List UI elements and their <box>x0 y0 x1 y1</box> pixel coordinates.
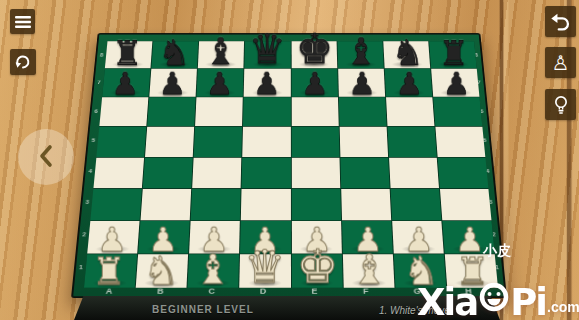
square-a4[interactable] <box>93 157 144 188</box>
collapse-panel-button[interactable] <box>18 129 74 185</box>
rotate-board-button[interactable] <box>10 49 36 75</box>
square-c6[interactable] <box>195 98 243 127</box>
chess-board: 87654321 87654321 ♜♞♝♛♚♝♞♜♟♟♟♟♟♟♟♟♟♟♟♟♟♟… <box>71 33 507 298</box>
square-b4[interactable] <box>143 157 193 188</box>
piece-white-king: ♚ <box>291 245 342 289</box>
piece-black-pawn: ♟ <box>244 69 290 98</box>
move-indicator: 1. White's move <box>379 305 450 316</box>
file-label-e: E <box>289 285 340 296</box>
square-g2[interactable]: ♟ <box>392 221 444 253</box>
lightbulb-icon <box>551 94 571 116</box>
board-grid: ♜♞♝♛♚♝♞♜♟♟♟♟♟♟♟♟♟♟♟♟♟♟♟♟♜♞♝♛♚♝♞♜ <box>84 41 498 288</box>
square-c1[interactable]: ♝ <box>188 254 240 288</box>
square-h4[interactable] <box>438 157 489 188</box>
square-a1[interactable]: ♜ <box>84 254 137 288</box>
rotate-icon <box>14 53 32 71</box>
square-e5[interactable] <box>291 127 339 157</box>
chevron-left-icon <box>35 143 57 172</box>
square-d6[interactable] <box>243 98 290 127</box>
square-d3[interactable] <box>241 189 290 220</box>
file-label-c: C <box>186 285 238 296</box>
square-a8[interactable]: ♜ <box>105 41 153 68</box>
piece-black-pawn: ♟ <box>149 69 195 98</box>
square-c8[interactable]: ♝ <box>198 41 244 68</box>
square-h8[interactable]: ♜ <box>429 41 477 68</box>
piece-white-pawn: ♟ <box>394 223 444 255</box>
square-b1[interactable]: ♞ <box>136 254 188 288</box>
piece-white-bishop: ♝ <box>188 251 239 290</box>
rank-label-6: 6 <box>476 97 488 126</box>
square-h5[interactable] <box>435 127 485 157</box>
opponent-mode-button[interactable]: ♙ <box>545 47 576 78</box>
square-e7[interactable]: ♟ <box>291 69 337 97</box>
rank-label-4: 4 <box>481 155 493 186</box>
piece-white-rook: ♜ <box>84 254 135 290</box>
square-e3[interactable] <box>291 189 340 220</box>
square-f5[interactable] <box>339 127 388 157</box>
undo-icon <box>550 11 571 32</box>
square-b2[interactable]: ♟ <box>138 221 190 253</box>
square-e8[interactable]: ♚ <box>291 41 337 68</box>
rank-label-3: 3 <box>484 186 497 218</box>
square-h6[interactable] <box>433 98 482 127</box>
square-b8[interactable]: ♞ <box>151 41 198 68</box>
rank-label-7: 7 <box>473 69 485 97</box>
square-c7[interactable]: ♟ <box>197 69 244 97</box>
hamburger-icon <box>15 15 31 29</box>
file-labels: ABCDEFGH <box>83 285 495 296</box>
square-d4[interactable] <box>242 157 291 188</box>
square-d5[interactable] <box>243 127 291 157</box>
file-label-a: A <box>83 285 135 296</box>
piece-black-rook: ♜ <box>105 37 151 69</box>
square-h2[interactable]: ♟ <box>442 221 494 253</box>
square-c4[interactable] <box>192 157 241 188</box>
square-g3[interactable] <box>390 189 441 220</box>
file-label-f: F <box>340 285 392 296</box>
square-g1[interactable]: ♞ <box>394 254 447 288</box>
square-d8[interactable]: ♛ <box>245 41 291 68</box>
square-g7[interactable]: ♟ <box>384 69 432 97</box>
square-b6[interactable] <box>147 98 195 127</box>
piece-white-pawn: ♟ <box>189 223 239 255</box>
square-f6[interactable] <box>339 98 387 127</box>
piece-black-queen: ♛ <box>245 31 291 70</box>
rank-label-8: 8 <box>471 41 483 68</box>
hint-button[interactable] <box>545 89 576 120</box>
square-e4[interactable] <box>291 157 340 188</box>
piece-white-knight: ♞ <box>136 252 187 290</box>
square-a3[interactable] <box>90 189 142 220</box>
square-g4[interactable] <box>389 157 439 188</box>
square-d2[interactable]: ♟ <box>240 221 290 253</box>
square-f4[interactable] <box>340 157 389 188</box>
piece-white-pawn: ♟ <box>87 223 137 255</box>
square-b5[interactable] <box>145 127 194 157</box>
square-c5[interactable] <box>194 127 242 157</box>
square-f2[interactable]: ♟ <box>342 221 393 253</box>
piece-black-pawn: ♟ <box>102 69 148 98</box>
square-b3[interactable] <box>141 189 192 220</box>
menu-button[interactable] <box>10 9 35 34</box>
piece-black-bishop: ♝ <box>338 35 384 70</box>
level-label: BEGINNER LEVEL <box>152 304 254 315</box>
square-h1[interactable]: ♜ <box>445 254 498 288</box>
square-f7[interactable]: ♟ <box>338 69 385 97</box>
square-g8[interactable]: ♞ <box>383 41 430 68</box>
square-h7[interactable]: ♟ <box>431 69 479 97</box>
pawn-icon: ♙ <box>552 53 570 73</box>
piece-black-pawn: ♟ <box>339 69 385 98</box>
piece-white-pawn: ♟ <box>343 223 393 255</box>
square-e2[interactable]: ♟ <box>291 221 341 253</box>
square-a6[interactable] <box>99 98 148 127</box>
piece-white-pawn: ♟ <box>291 223 341 255</box>
square-d7[interactable]: ♟ <box>244 69 290 97</box>
piece-white-knight: ♞ <box>395 252 446 290</box>
square-a2[interactable]: ♟ <box>87 221 139 253</box>
piece-white-pawn: ♟ <box>138 223 188 255</box>
square-b7[interactable]: ♟ <box>149 69 197 97</box>
square-e6[interactable] <box>291 98 338 127</box>
square-g6[interactable] <box>386 98 434 127</box>
square-g5[interactable] <box>387 127 436 157</box>
square-f8[interactable]: ♝ <box>337 41 383 68</box>
square-a7[interactable]: ♟ <box>102 69 150 97</box>
square-f3[interactable] <box>341 189 391 220</box>
square-h3[interactable] <box>440 189 492 220</box>
piece-white-bishop: ♝ <box>343 251 394 290</box>
piece-black-bishop: ♝ <box>198 35 244 70</box>
file-label-h: H <box>443 285 495 296</box>
square-c2[interactable]: ♟ <box>189 221 240 253</box>
file-label-b: B <box>135 285 187 296</box>
square-e1[interactable]: ♚ <box>291 254 342 288</box>
file-label-d: D <box>238 285 289 296</box>
piece-black-pawn: ♟ <box>291 69 337 98</box>
square-a5[interactable] <box>96 127 146 157</box>
rank-label-5: 5 <box>479 126 491 156</box>
rank-label-2: 2 <box>487 218 500 251</box>
watermark-suffix: .com <box>547 298 579 318</box>
file-label-g: G <box>391 285 443 296</box>
piece-black-knight: ♞ <box>151 36 197 70</box>
square-c3[interactable] <box>191 189 241 220</box>
square-f1[interactable]: ♝ <box>343 254 395 288</box>
piece-black-pawn: ♟ <box>386 69 432 98</box>
piece-black-king: ♚ <box>291 30 337 70</box>
piece-white-pawn: ♟ <box>445 223 495 255</box>
piece-white-pawn: ♟ <box>240 223 290 255</box>
piece-black-knight: ♞ <box>384 36 430 70</box>
undo-button[interactable] <box>545 6 576 37</box>
square-d1[interactable]: ♛ <box>240 254 291 288</box>
board-front-edge: BEGINNER LEVEL 1. White's move <box>74 296 500 320</box>
watermark-brand-right: Pi <box>510 287 546 318</box>
rank-label-1: 1 <box>490 251 503 285</box>
piece-black-pawn: ♟ <box>197 69 243 98</box>
